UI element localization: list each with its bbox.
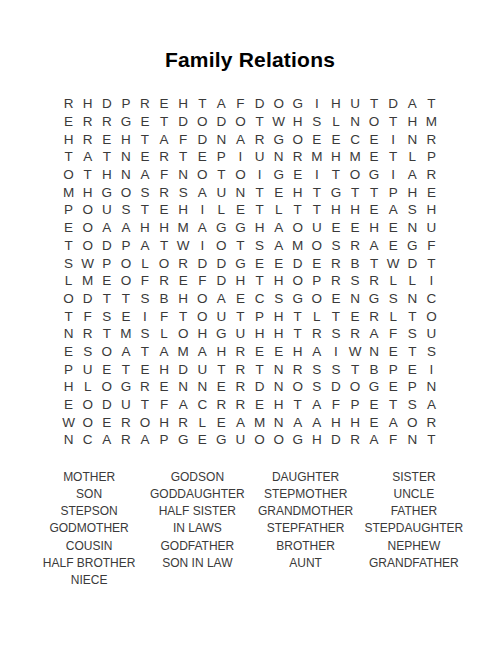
grid-cell: C — [250, 290, 269, 308]
grid-cell: E — [135, 148, 154, 166]
grid-cell: I — [384, 130, 403, 148]
grid-cell: M — [59, 183, 78, 201]
grid-cell: U — [212, 307, 231, 325]
grid-cell: H — [78, 183, 97, 201]
grid-cell: T — [250, 201, 269, 219]
grid-cell: H — [269, 325, 288, 343]
grid-cell: A — [384, 413, 403, 431]
grid-cell: O — [288, 219, 307, 237]
grid-cell: O — [345, 166, 364, 184]
grid-cell: T — [135, 396, 154, 414]
grid-cell: P — [422, 148, 441, 166]
grid-cell: E — [345, 219, 364, 237]
grid-cell: E — [135, 360, 154, 378]
grid-cell: O — [288, 378, 307, 396]
grid-cell: H — [78, 95, 97, 113]
grid-cell: R — [135, 378, 154, 396]
grid-cell: E — [97, 360, 116, 378]
grid-cell: A — [135, 166, 154, 184]
grid-cell: B — [365, 360, 384, 378]
grid-cell: A — [116, 219, 135, 237]
grid-cell: D — [78, 290, 97, 308]
grid-cell: P — [97, 254, 116, 272]
grid-cell: S — [135, 290, 154, 308]
grid-cell: W — [269, 113, 288, 131]
grid-cell: R — [155, 272, 174, 290]
grid-cell: W — [78, 254, 97, 272]
grid-cell: E — [307, 130, 326, 148]
grid-cell: O — [231, 166, 250, 184]
grid-cell: T — [116, 290, 135, 308]
grid-cell: D — [97, 396, 116, 414]
grid-cell: E — [288, 166, 307, 184]
grid-cell: L — [78, 378, 97, 396]
grid-cell: R — [116, 413, 135, 431]
grid-cell: A — [365, 431, 384, 449]
grid-cell: I — [231, 148, 250, 166]
grid-cell: E — [384, 237, 403, 255]
grid-cell: A — [307, 413, 326, 431]
grid-cell: G — [269, 130, 288, 148]
grid-cell: M — [78, 272, 97, 290]
grid-cell: O — [59, 166, 78, 184]
grid-cell: S — [78, 343, 97, 361]
grid-cell: S — [59, 254, 78, 272]
grid-cell: H — [307, 431, 326, 449]
word-item: IN LAWS — [173, 520, 222, 537]
grid-cell: A — [116, 343, 135, 361]
grid-cell: L — [135, 254, 154, 272]
grid-cell: I — [307, 95, 326, 113]
grid-cell: S — [403, 201, 422, 219]
grid-cell: M — [250, 413, 269, 431]
grid-cell: R — [365, 272, 384, 290]
grid-cell: E — [59, 396, 78, 414]
grid-cell: U — [116, 396, 135, 414]
grid-cell: E — [269, 343, 288, 361]
grid-cell: A — [384, 201, 403, 219]
grid-cell: H — [288, 183, 307, 201]
grid-cell: T — [288, 325, 307, 343]
word-item: SISTER — [392, 469, 435, 486]
grid-cell: O — [193, 166, 212, 184]
word-item: GRANDFATHER — [369, 555, 459, 572]
grid-cell: A — [97, 219, 116, 237]
grid-cell: A — [365, 325, 384, 343]
grid-cell: R — [326, 272, 345, 290]
grid-cell: T — [135, 201, 154, 219]
grid-cell: T — [307, 183, 326, 201]
word-item: STEPMOTHER — [264, 486, 347, 503]
grid-cell: F — [384, 431, 403, 449]
word-item: GODMOTHER — [49, 520, 128, 537]
grid-cell: G — [116, 113, 135, 131]
grid-cell: M — [174, 219, 193, 237]
grid-cell: T — [135, 130, 154, 148]
grid-cell: O — [307, 290, 326, 308]
grid-cell: L — [307, 307, 326, 325]
grid-cell: E — [269, 254, 288, 272]
grid-cell: A — [78, 148, 97, 166]
grid-cell: O — [155, 254, 174, 272]
grid-cell: E — [155, 378, 174, 396]
grid-cell: T — [365, 254, 384, 272]
grid-cell: R — [345, 325, 364, 343]
grid-cell: E — [365, 130, 384, 148]
grid-cell: U — [422, 219, 441, 237]
grid-cell: T — [97, 148, 116, 166]
grid-cell: G — [326, 183, 345, 201]
grid-cell: H — [174, 95, 193, 113]
grid-cell: N — [269, 360, 288, 378]
grid-cell: F — [326, 396, 345, 414]
grid-cell: O — [97, 378, 116, 396]
grid-cell: A — [155, 130, 174, 148]
grid-cell: E — [250, 396, 269, 414]
grid-cell: O — [288, 272, 307, 290]
grid-cell: R — [422, 166, 441, 184]
grid-cell: T — [97, 290, 116, 308]
grid-cell: T — [59, 307, 78, 325]
grid-cell: D — [384, 95, 403, 113]
grid-cell: U — [231, 325, 250, 343]
grid-cell: A — [193, 219, 212, 237]
word-item: GODSON — [171, 469, 224, 486]
grid-cell: T — [403, 307, 422, 325]
grid-cell: O — [345, 378, 364, 396]
grid-cell: I — [193, 237, 212, 255]
grid-cell: R — [345, 431, 364, 449]
grid-cell: H — [59, 378, 78, 396]
grid-cell: R — [307, 325, 326, 343]
grid-cell: T — [59, 237, 78, 255]
grid-cell: T — [116, 360, 135, 378]
grid-cell: N — [269, 413, 288, 431]
grid-cell: T — [288, 396, 307, 414]
grid-cell: A — [135, 237, 154, 255]
grid-cell: P — [59, 360, 78, 378]
grid-cell: A — [403, 95, 422, 113]
grid-cell: T — [365, 95, 384, 113]
grid-cell: P — [307, 272, 326, 290]
grid-cell: U — [97, 201, 116, 219]
grid-cell: D — [212, 254, 231, 272]
grid-cell: E — [403, 360, 422, 378]
grid-cell: R — [345, 237, 364, 255]
grid-cell: T — [135, 343, 154, 361]
grid-cell: P — [384, 360, 403, 378]
grid-cell: G — [231, 219, 250, 237]
grid-cell: T — [384, 113, 403, 131]
grid-cell: T — [212, 166, 231, 184]
grid-cell: T — [422, 254, 441, 272]
grid-cell: D — [193, 254, 212, 272]
grid-cell: C — [345, 130, 364, 148]
grid-cell: D — [193, 130, 212, 148]
grid-cell: R — [288, 148, 307, 166]
grid-cell: M — [422, 113, 441, 131]
grid-cell: U — [345, 95, 364, 113]
grid-cell: S — [269, 290, 288, 308]
grid-cell: E — [193, 431, 212, 449]
grid-cell: O — [422, 307, 441, 325]
word-item: STEPDAUGHTER — [365, 520, 464, 537]
grid-cell: O — [78, 237, 97, 255]
grid-cell: S — [422, 343, 441, 361]
grid-cell: H — [365, 219, 384, 237]
grid-cell: R — [174, 413, 193, 431]
word-item: SON — [76, 486, 102, 503]
grid-cell: E — [384, 378, 403, 396]
grid-cell: D — [97, 95, 116, 113]
grid-cell: E — [212, 413, 231, 431]
grid-cell: T — [155, 113, 174, 131]
grid-cell: U — [307, 219, 326, 237]
grid-cell: H — [59, 130, 78, 148]
grid-cell: E — [365, 148, 384, 166]
grid-cell: S — [174, 183, 193, 201]
grid-cell: M — [307, 148, 326, 166]
grid-cell: N — [174, 378, 193, 396]
grid-cell: F — [155, 396, 174, 414]
grid-cell: U — [422, 325, 441, 343]
word-item: STEPFATHER — [267, 520, 345, 537]
grid-cell: O — [307, 237, 326, 255]
grid-cell: R — [422, 130, 441, 148]
grid-cell: D — [403, 254, 422, 272]
grid-cell: M — [345, 148, 364, 166]
grid-cell: R — [365, 307, 384, 325]
grid-cell: D — [174, 360, 193, 378]
grid-cell: N — [116, 148, 135, 166]
grid-cell: S — [326, 325, 345, 343]
word-item: AUNT — [289, 555, 322, 572]
grid-cell: T — [174, 307, 193, 325]
grid-cell: E — [326, 219, 345, 237]
grid-cell: H — [345, 413, 364, 431]
grid-cell: D — [212, 113, 231, 131]
grid-cell: D — [212, 272, 231, 290]
grid-cell: C — [422, 290, 441, 308]
grid-cell: T — [326, 307, 345, 325]
grid-cell: N — [269, 148, 288, 166]
grid-cell: L — [269, 201, 288, 219]
grid-cell: R — [326, 254, 345, 272]
grid-cell: S — [307, 360, 326, 378]
grid-cell: N — [174, 166, 193, 184]
grid-cell: O — [78, 201, 97, 219]
grid-cell: T — [288, 201, 307, 219]
grid-cell: G — [403, 237, 422, 255]
word-item: GODDAUGHTER — [150, 486, 245, 503]
grid-cell: G — [288, 290, 307, 308]
grid-cell: N — [403, 290, 422, 308]
grid-cell: G — [97, 183, 116, 201]
grid-cell: O — [212, 237, 231, 255]
grid-cell: T — [307, 201, 326, 219]
grid-cell: T — [78, 166, 97, 184]
grid-cell: A — [231, 130, 250, 148]
grid-cell: R — [78, 130, 97, 148]
grid-cell: E — [59, 219, 78, 237]
grid-cell: A — [193, 343, 212, 361]
word-item: COUSIN — [66, 538, 113, 555]
grid-cell: O — [403, 413, 422, 431]
grid-cell: R — [155, 183, 174, 201]
grid-cell: H — [155, 360, 174, 378]
grid-cell: G — [212, 219, 231, 237]
grid-cell: E — [384, 343, 403, 361]
grid-cell: S — [326, 237, 345, 255]
grid-cell: T — [250, 113, 269, 131]
grid-cell: T — [155, 237, 174, 255]
word-list: MOTHERSONSTEPSONGODMOTHERCOUSINHALF BROT… — [35, 469, 468, 589]
grid-cell: F — [135, 272, 154, 290]
grid-cell: E — [174, 272, 193, 290]
grid-cell: N — [403, 431, 422, 449]
grid-cell: N — [422, 378, 441, 396]
grid-cell: H — [326, 201, 345, 219]
grid-cell: P — [116, 237, 135, 255]
grid-cell: T — [250, 183, 269, 201]
grid-cell: H — [174, 290, 193, 308]
grid-cell: O — [250, 431, 269, 449]
grid-cell: H — [155, 219, 174, 237]
grid-cell: N — [59, 325, 78, 343]
grid-cell: A — [365, 237, 384, 255]
grid-cell: R — [250, 130, 269, 148]
grid-cell: U — [212, 183, 231, 201]
grid-cell: E — [422, 183, 441, 201]
grid-cell: L — [403, 148, 422, 166]
grid-cell: H — [422, 201, 441, 219]
grid-cell: R — [59, 95, 78, 113]
grid-cell: S — [326, 360, 345, 378]
grid-cell: D — [288, 254, 307, 272]
word-item: NIECE — [71, 572, 108, 589]
grid-cell: L — [326, 113, 345, 131]
grid-cell: T — [422, 431, 441, 449]
word-item: GRANDMOTHER — [258, 503, 353, 520]
grid-cell: H — [231, 272, 250, 290]
grid-cell: H — [326, 148, 345, 166]
grid-cell: T — [345, 360, 364, 378]
grid-cell: A — [231, 413, 250, 431]
grid-cell: E — [365, 201, 384, 219]
grid-cell: E — [97, 130, 116, 148]
grid-cell: A — [288, 413, 307, 431]
grid-cell: G — [365, 378, 384, 396]
grid-cell: P — [345, 396, 364, 414]
grid-cell: P — [155, 431, 174, 449]
grid-cell: C — [193, 396, 212, 414]
word-item: MOTHER — [63, 469, 115, 486]
grid-cell: O — [288, 130, 307, 148]
grid-cell: L — [403, 272, 422, 290]
grid-cell: R — [78, 325, 97, 343]
grid-cell: S — [116, 201, 135, 219]
grid-cell: T — [212, 360, 231, 378]
grid-cell: E — [155, 95, 174, 113]
grid-cell: A — [174, 396, 193, 414]
word-column: MOTHERSONSTEPSONGODMOTHERCOUSINHALF BROT… — [35, 469, 143, 589]
grid-cell: N — [59, 431, 78, 449]
grid-cell: A — [269, 237, 288, 255]
grid-cell: P — [403, 378, 422, 396]
grid-cell: T — [384, 148, 403, 166]
grid-cell: H — [250, 219, 269, 237]
word-column: SISTERUNCLEFATHERSTEPDAUGHTERNEPHEWGRAND… — [360, 469, 468, 589]
grid-cell: H — [288, 343, 307, 361]
word-item: BROTHER — [276, 538, 335, 555]
grid-cell: T — [193, 95, 212, 113]
grid-cell: D — [97, 237, 116, 255]
grid-cell: T — [384, 396, 403, 414]
grid-cell: U — [250, 148, 269, 166]
grid-cell: S — [135, 183, 154, 201]
grid-cell: S — [250, 237, 269, 255]
grid-cell: F — [155, 307, 174, 325]
grid-cell: D — [326, 378, 345, 396]
grid-cell: A — [193, 183, 212, 201]
grid-cell: R — [97, 113, 116, 131]
grid-cell: G — [288, 431, 307, 449]
grid-cell: M — [174, 343, 193, 361]
grid-cell: O — [193, 290, 212, 308]
grid-cell: N — [345, 113, 364, 131]
grid-cell: E — [231, 201, 250, 219]
grid-cell: S — [384, 290, 403, 308]
grid-cell: H — [326, 413, 345, 431]
grid-cell: O — [269, 431, 288, 449]
letter-grid: RHDPREHTAFDOGIHUTDATERRGETDODOTWHSLNOTHM… — [59, 95, 441, 449]
grid-cell: G — [365, 166, 384, 184]
grid-cell: I — [384, 166, 403, 184]
grid-cell: N — [403, 219, 422, 237]
grid-cell: E — [193, 148, 212, 166]
grid-cell: P — [212, 148, 231, 166]
word-item: NEPHEW — [388, 538, 441, 555]
grid-cell: T — [288, 307, 307, 325]
grid-cell: E — [59, 113, 78, 131]
grid-cell: M — [288, 237, 307, 255]
grid-cell: L — [193, 413, 212, 431]
grid-cell: N — [116, 166, 135, 184]
grid-cell: H — [345, 201, 364, 219]
grid-cell: S — [135, 325, 154, 343]
grid-cell: O — [97, 343, 116, 361]
grid-cell: E — [250, 343, 269, 361]
grid-cell: N — [212, 130, 231, 148]
grid-cell: G — [231, 254, 250, 272]
grid-cell: H — [269, 307, 288, 325]
grid-cell: R — [288, 360, 307, 378]
grid-cell: O — [193, 113, 212, 131]
grid-cell: H — [116, 130, 135, 148]
grid-cell: F — [174, 130, 193, 148]
word-item: HALF BROTHER — [43, 555, 136, 572]
grid-cell: A — [403, 166, 422, 184]
grid-cell: E — [116, 307, 135, 325]
grid-cell: L — [155, 325, 174, 343]
grid-cell: E — [250, 254, 269, 272]
grid-cell: A — [135, 431, 154, 449]
grid-cell: P — [384, 183, 403, 201]
grid-cell: E — [365, 413, 384, 431]
grid-cell: M — [116, 325, 135, 343]
grid-cell: I — [307, 166, 326, 184]
grid-cell: I — [250, 166, 269, 184]
